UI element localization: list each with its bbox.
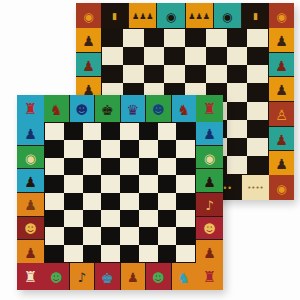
front-board-corner-top-right-glyph: ♜ [203,102,216,117]
back-board-right-border-cell-4: ♟ [269,127,294,151]
front-board-right-border: ♟◉♟♪☻♟ [196,122,223,263]
back-board-right-border-cell-0: ♟ [269,28,294,52]
front-board-left-border-cell-0: ♟ [17,122,44,145]
front-board-bottom-border-cell-4-glyph: ☻ [152,271,165,283]
back-board-top-border: ▮♟♟♟◉♟♟♟◉▮ [101,3,269,28]
back-board-corner-top-left: ◉ [76,3,101,28]
back-board-square-r6c7 [247,138,268,156]
back-board-top-border-cell-3: ♟♟♟ [186,3,213,28]
back-board-square-r0c4 [185,29,206,47]
back-board-square-r0c6 [227,29,248,47]
back-board-top-border-cell-2-glyph: ◉ [166,10,176,22]
back-board-square-r2c0 [102,65,123,83]
front-board-square-r5c7 [176,210,195,227]
front-board-square-r5c0 [45,210,64,227]
back-board-corner-bottom-right: ◉ [269,175,294,200]
front-board-square-r0c5 [139,123,158,140]
back-board-square-r3c7 [247,83,268,101]
front-board-square-r0c6 [158,123,177,140]
front-board-square-r2c2 [83,158,102,175]
front-board-square-r6c0 [45,227,64,244]
back-board-right-border-cell-5-glyph: ♟ [275,157,288,171]
back-board-square-r2c6 [227,65,248,83]
front-board-square-r6c2 [83,227,102,244]
front-board-right-border-cell-4: ☻ [196,217,223,240]
front-board-square-r2c5 [139,158,158,175]
front-board-right-border-cell-1-glyph: ◉ [204,151,215,164]
back-board-top-border-cell-1: ♟♟♟ [129,3,156,28]
front-board: ♜♞☻♚♛☻♞♜♟◉♟♟☻♟♟◉♟♪☻♟♜☻♪♚♟☻♞♜ [17,95,223,290]
front-board-top-border-cell-5: ♞ [172,95,197,122]
back-board-top-border-cell-3-glyph: ♟♟♟ [188,12,210,20]
front-board-square-r3c2 [83,175,102,192]
front-board-right-border-cell-3: ♪ [196,193,223,216]
front-board-square-r7c6 [158,245,177,262]
front-board-left-border-cell-5-glyph: ♟ [24,245,37,259]
front-board-square-r7c1 [64,245,83,262]
back-board-top-border-cell-4-glyph: ◉ [222,10,232,22]
front-board-square-r1c7 [176,140,195,157]
front-board-bottom-border-cell-1-glyph: ♪ [78,271,86,284]
back-board-bottom-border-cell-5-glyph: •••• [247,185,264,192]
front-board-square-r2c4 [120,158,139,175]
back-board-square-r4c7 [247,102,268,120]
front-board-square-r2c6 [158,158,177,175]
front-board-top-border-cell-4: ☻ [146,95,171,122]
front-board-right-border-cell-3-glyph: ♪ [205,198,213,211]
back-board-top-border-cell-2: ◉ [157,3,184,28]
front-board-square-r3c6 [158,175,177,192]
back-board-square-r1c5 [206,47,227,65]
back-board-right-border-cell-3: ♙ [269,102,294,126]
front-board-corner-top-right: ♜ [196,95,223,122]
front-board-square-r7c3 [101,245,120,262]
back-board-bottom-border-cell-5: •••• [242,175,269,200]
front-board-bottom-border-cell-0-glyph: ☻ [50,271,63,283]
front-board-top-border-cell-1-glyph: ☻ [75,103,88,115]
front-board-square-r2c3 [101,158,120,175]
back-board-square-r2c5 [206,65,227,83]
front-board-square-r4c3 [101,193,120,210]
back-board-right-border-cell-0-glyph: ♟ [275,33,288,47]
front-board-left-border-cell-2: ♟ [17,169,44,192]
front-board-square-r0c0 [45,123,64,140]
front-board-top-border-cell-0-glyph: ♞ [50,102,63,116]
front-board-square-r4c1 [64,193,83,210]
back-board-square-r1c6 [227,47,248,65]
front-board-square-r4c0 [45,193,64,210]
front-board-square-r5c3 [101,210,120,227]
front-board-square-r7c7 [176,245,195,262]
front-board-corner-bottom-right-glyph: ♜ [203,270,216,285]
front-board-bottom-border-cell-4: ☻ [146,263,171,290]
front-board-square-r4c2 [83,193,102,210]
front-board-square-r3c5 [139,175,158,192]
front-board-top-border-cell-4-glyph: ☻ [152,103,165,115]
front-board-left-border-cell-4: ☻ [17,217,44,240]
front-board-square-r1c3 [101,140,120,157]
front-board-left-border-cell-3: ♟ [17,193,44,216]
front-board-square-r5c1 [64,210,83,227]
front-board-square-r1c5 [139,140,158,157]
front-board-right-border-cell-1: ◉ [196,146,223,169]
front-board-right-border-cell-5-glyph: ♟ [203,245,216,259]
front-board-square-r5c6 [158,210,177,227]
back-board-square-r1c2 [144,47,165,65]
front-board-bottom-border-cell-1: ♪ [70,263,95,290]
back-board-right-border-cell-1-glyph: ♟ [275,58,288,72]
back-board-square-r5c7 [247,120,268,138]
front-board-square-r7c2 [83,245,102,262]
back-board-square-r1c7 [247,47,268,65]
front-board-square-r0c1 [64,123,83,140]
back-board-corner-top-left-glyph: ◉ [83,10,93,22]
front-board-top-border-cell-5-glyph: ♞ [177,102,190,116]
back-board-right-border-cell-4-glyph: ♟ [275,132,288,146]
back-board-top-border-cell-0: ▮ [101,3,128,28]
front-board-bottom-border-cell-0: ☻ [44,263,69,290]
front-board-square-r3c0 [45,175,64,192]
front-board-left-border-cell-0-glyph: ♟ [24,127,37,141]
front-board-square-r0c3 [101,123,120,140]
back-board-right-border-cell-1: ♟ [269,53,294,77]
front-board-square-r4c5 [139,193,158,210]
front-board-left-border-cell-2-glyph: ♟ [24,174,37,188]
front-board-square-r0c4 [120,123,139,140]
back-board-square-r4c6 [227,102,248,120]
back-board-square-r0c2 [144,29,165,47]
front-board-square-r6c7 [176,227,195,244]
front-board-left-border-cell-1: ◉ [17,146,44,169]
product-photo-scene: ◉▮♟♟♟◉♟♟♟◉▮◉♟♟♟♟♟♙♟♟♟♙♟♟◉♟♟♟◉♟♟♟◉••••••◉… [0,0,300,300]
front-board-right-border-cell-0: ♟ [196,122,223,145]
front-board-top-border-cell-0: ♞ [44,95,69,122]
front-board-square-r1c0 [45,140,64,157]
back-board-corner-bottom-right-glyph: ◉ [276,182,286,194]
front-board-top-border-cell-2-glyph: ♚ [101,102,114,116]
front-board-bottom-border-cell-5: ♞ [172,263,197,290]
front-board-square-r2c1 [64,158,83,175]
front-board-square-r3c7 [176,175,195,192]
front-board-square-r6c6 [158,227,177,244]
back-board-top-border-cell-1-glyph: ♟♟♟ [132,12,154,20]
back-board-square-r1c3 [164,47,185,65]
back-board-left-border-cell-0: ♟ [76,28,101,52]
front-board-right-border-cell-2: ♟ [196,169,223,192]
front-board-square-r1c1 [64,140,83,157]
front-board-corner-bottom-left-glyph: ♜ [24,270,37,285]
back-board-top-border-cell-5-glyph: ▮ [253,12,258,21]
front-board-square-r0c2 [83,123,102,140]
front-board-corner-top-left-glyph: ♜ [24,102,37,117]
back-board-top-border-cell-5: ▮ [242,3,269,28]
front-board-bottom-border-cell-5-glyph: ♞ [177,270,190,284]
front-board-square-r6c3 [101,227,120,244]
front-board-square-r1c4 [120,140,139,157]
front-board-square-r5c5 [139,210,158,227]
back-board-square-r2c1 [123,65,144,83]
front-board-square-r2c7 [176,158,195,175]
back-board-square-r0c7 [247,29,268,47]
front-board-corner-bottom-right: ♜ [196,263,223,290]
back-board-square-r3c6 [227,83,248,101]
back-board-square-r1c4 [185,47,206,65]
back-board-square-r1c0 [102,47,123,65]
front-board-square-r0c7 [176,123,195,140]
front-board-square-r6c1 [64,227,83,244]
front-board-square-r5c4 [120,210,139,227]
back-board-right-border-cell-3-glyph: ♙ [275,107,288,121]
back-board-square-r2c3 [164,65,185,83]
front-board-right-border-cell-4-glyph: ☻ [203,223,216,235]
back-board-right-border: ♟♟♟♙♟♟ [269,28,294,175]
back-board-square-r0c1 [123,29,144,47]
front-board-corner-top-left: ♜ [17,95,44,122]
front-board-square-r7c0 [45,245,64,262]
front-board-bottom-border-cell-2-glyph: ♚ [101,270,114,284]
front-board-square-r7c5 [139,245,158,262]
back-board-corner-top-right-glyph: ◉ [276,10,286,22]
back-board-square-r2c7 [247,65,268,83]
front-board-corner-bottom-left: ♜ [17,263,44,290]
front-board-square-r1c6 [158,140,177,157]
back-board-right-border-cell-5: ♟ [269,151,294,175]
front-board-top-border: ♞☻♚♛☻♞ [44,95,196,122]
back-board-square-r0c5 [206,29,227,47]
front-board-top-border-cell-2: ♚ [95,95,120,122]
front-board-top-border-cell-3: ♛ [121,95,146,122]
back-board-corner-top-right: ◉ [269,3,294,28]
front-board-playing-area [44,122,196,263]
front-board-square-r4c4 [120,193,139,210]
front-board-square-r6c4 [120,227,139,244]
front-board-bottom-border-cell-3: ♟ [121,263,146,290]
back-board-right-border-cell-2: ♟ [269,77,294,101]
back-board-square-r2c2 [144,65,165,83]
front-board-left-border-cell-3-glyph: ♟ [24,198,37,212]
back-board-square-r7c7 [247,156,268,174]
front-board-left-border-cell-1-glyph: ◉ [25,151,36,164]
front-board-bottom-border-cell-3-glyph: ♟ [127,271,139,284]
front-board-square-r5c2 [83,210,102,227]
front-board-square-r2c0 [45,158,64,175]
back-board-top-border-cell-0-glyph: ▮ [112,12,117,21]
back-board-left-border-cell-1-glyph: ♟ [82,58,95,72]
front-board-top-border-cell-1: ☻ [70,95,95,122]
back-board-top-border-cell-4: ◉ [214,3,241,28]
front-board-square-r3c4 [120,175,139,192]
back-board-square-r6c6 [227,138,248,156]
front-board-bottom-border: ☻♪♚♟☻♞ [44,263,196,290]
back-board-square-r2c4 [185,65,206,83]
front-board-bottom-border-cell-2: ♚ [95,263,120,290]
front-board-left-border-cell-5: ♟ [17,240,44,263]
front-board-square-r4c6 [158,193,177,210]
back-board-left-border-cell-1: ♟ [76,53,101,77]
front-board-square-r6c5 [139,227,158,244]
back-board-square-r1c1 [123,47,144,65]
back-board-square-r5c6 [227,120,248,138]
back-board-square-r0c3 [164,29,185,47]
front-board-square-r7c4 [120,245,139,262]
front-board-square-r4c7 [176,193,195,210]
back-board-left-border-cell-0-glyph: ♟ [82,33,95,47]
front-board-square-r3c1 [64,175,83,192]
front-board-square-r3c3 [101,175,120,192]
front-board-left-border: ♟◉♟♟☻♟ [17,122,44,263]
front-board-right-border-cell-2-glyph: ♟ [203,174,216,188]
back-board-square-r0c0 [102,29,123,47]
front-board-right-border-cell-5: ♟ [196,240,223,263]
front-board-left-border-cell-4-glyph: ☻ [24,223,37,235]
front-board-square-r1c2 [83,140,102,157]
back-board-right-border-cell-2-glyph: ♟ [275,83,288,97]
front-board-top-border-cell-3-glyph: ♛ [126,102,139,116]
back-board-square-r7c6 [227,156,248,174]
back-board-bottom-border-cell-4-glyph: •• [223,184,232,192]
front-board-right-border-cell-0-glyph: ♟ [203,127,216,141]
